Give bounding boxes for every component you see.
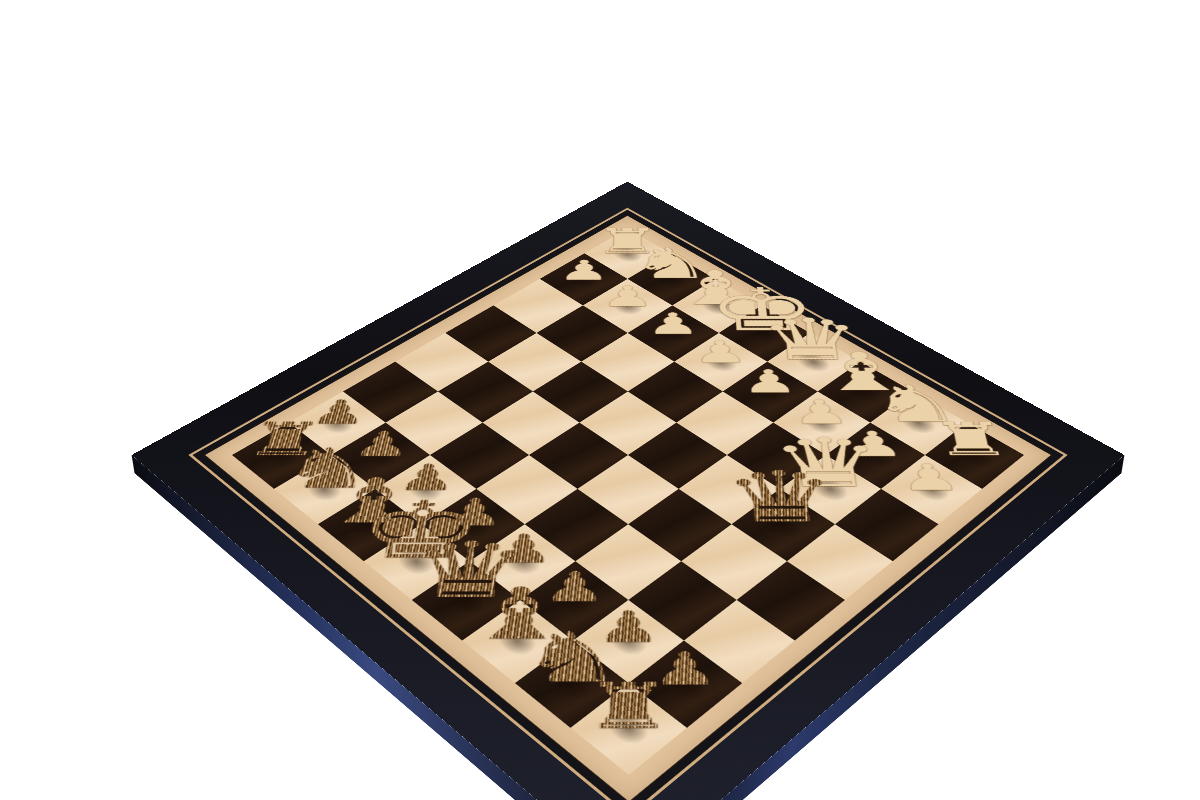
square-a4[interactable]	[787, 524, 893, 600]
square-b5[interactable]	[681, 524, 787, 600]
piece-shadow	[647, 655, 723, 713]
square-a2[interactable]: ♟	[881, 455, 982, 524]
square-a7[interactable]: ♟	[629, 641, 743, 728]
square-a1[interactable]: ♜	[925, 423, 1024, 489]
square-e6[interactable]	[476, 455, 577, 524]
pawn-glyph: ♟	[542, 568, 607, 607]
square-c5[interactable]	[628, 489, 731, 561]
knight-glyph: ♞	[519, 625, 623, 691]
product-photo-scene: ♜♞♝♚♛♝♞♜♟♟♟♟♟♟♟♟♛♛♟♟♟♟♟♟♟♟♜♞♝♚♛♝♞♜	[0, 0, 1200, 800]
square-c8[interactable]: ♝	[462, 600, 573, 683]
chess-board: ♜♞♝♚♛♝♞♜♟♟♟♟♟♟♟♟♛♛♟♟♟♟♟♟♟♟♜♞♝♚♛♝♞♜	[132, 182, 1125, 800]
square-a8[interactable]: ♜	[570, 683, 686, 775]
rook-glyph: ♜	[583, 676, 675, 736]
pawn-glyph: ♟	[596, 607, 662, 648]
square-a3[interactable]	[835, 489, 938, 561]
square-b7[interactable]: ♟	[573, 600, 684, 683]
square-a5[interactable]	[737, 561, 845, 640]
queen-glyph: ♛	[404, 534, 530, 607]
piece-shadow	[533, 655, 609, 713]
pawn-glyph: ♟	[651, 648, 719, 691]
square-b8[interactable]: ♞	[515, 641, 629, 728]
piece-shadow	[480, 614, 554, 670]
square-c7[interactable]: ♟	[520, 561, 628, 640]
frame-pinstripe-inlay: ♜♞♝♚♛♝♞♜♟♟♟♟♟♟♟♟♛♛♟♟♟♟♟♟♟♟♜♞♝♚♛♝♞♜	[188, 208, 1068, 800]
piece-shadow	[538, 574, 610, 627]
bishop-glyph: ♝	[462, 580, 573, 648]
piece-shadow	[591, 614, 665, 670]
piece-shadow	[430, 574, 502, 627]
square-d8[interactable]: ♛	[412, 561, 520, 640]
queen-glyph: ♛	[721, 464, 842, 531]
maple-margin-band: ♜♞♝♚♛♝♞♜♟♟♟♟♟♟♟♟♛♛♟♟♟♟♟♟♟♟♜♞♝♚♛♝♞♜	[204, 215, 1053, 800]
square-c6[interactable]	[575, 524, 681, 600]
square-d5[interactable]	[578, 455, 679, 524]
board-frame: ♜♞♝♚♛♝♞♜♟♟♟♟♟♟♟♟♛♛♟♟♟♟♟♟♟♟♜♞♝♚♛♝♞♜	[132, 182, 1125, 800]
rook-glyph: ♜	[928, 417, 1015, 461]
square-a6[interactable]	[684, 600, 795, 683]
pawn-glyph: ♟	[897, 461, 963, 495]
square-d6[interactable]	[525, 489, 628, 561]
piece-shadow	[589, 698, 667, 759]
piece-shadow	[748, 501, 818, 549]
square-b6[interactable]	[628, 561, 736, 640]
square-b4[interactable]: ♛	[732, 489, 835, 561]
